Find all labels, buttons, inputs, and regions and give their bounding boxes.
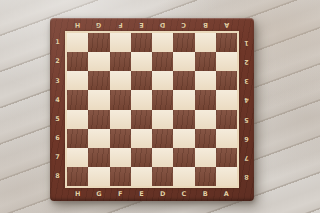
square-h7[interactable] xyxy=(67,148,88,167)
square-d6[interactable] xyxy=(152,129,173,148)
rank-label: 3 xyxy=(239,71,254,90)
square-h4[interactable] xyxy=(67,90,88,109)
rank-label: 7 xyxy=(50,148,65,167)
square-a5[interactable] xyxy=(216,110,237,129)
square-d3[interactable] xyxy=(152,71,173,90)
square-b1[interactable] xyxy=(195,33,216,52)
square-d7[interactable] xyxy=(152,148,173,167)
square-c3[interactable] xyxy=(173,71,194,90)
square-a6[interactable] xyxy=(216,129,237,148)
square-e5[interactable] xyxy=(131,110,152,129)
square-d4[interactable] xyxy=(152,90,173,109)
square-g7[interactable] xyxy=(88,148,109,167)
file-label: F xyxy=(110,18,131,31)
square-f5[interactable] xyxy=(110,110,131,129)
square-g3[interactable] xyxy=(88,71,109,90)
file-label: F xyxy=(110,188,131,201)
rank-labels-right: 12345678 xyxy=(239,33,254,186)
file-label: B xyxy=(195,18,216,31)
square-h1[interactable] xyxy=(67,33,88,52)
square-b6[interactable] xyxy=(195,129,216,148)
square-c5[interactable] xyxy=(173,110,194,129)
square-g2[interactable] xyxy=(88,52,109,71)
square-e8[interactable] xyxy=(131,167,152,186)
square-e2[interactable] xyxy=(131,52,152,71)
file-label: G xyxy=(88,18,109,31)
square-d8[interactable] xyxy=(152,167,173,186)
file-label: A xyxy=(216,188,237,201)
square-f7[interactable] xyxy=(110,148,131,167)
square-c7[interactable] xyxy=(173,148,194,167)
square-e1[interactable] xyxy=(131,33,152,52)
square-g8[interactable] xyxy=(88,167,109,186)
square-d2[interactable] xyxy=(152,52,173,71)
rank-label: 2 xyxy=(50,52,65,71)
square-g6[interactable] xyxy=(88,129,109,148)
square-g4[interactable] xyxy=(88,90,109,109)
square-b2[interactable] xyxy=(195,52,216,71)
file-label: E xyxy=(131,18,152,31)
square-e3[interactable] xyxy=(131,71,152,90)
square-a4[interactable] xyxy=(216,90,237,109)
square-g1[interactable] xyxy=(88,33,109,52)
square-d5[interactable] xyxy=(152,110,173,129)
square-c1[interactable] xyxy=(173,33,194,52)
file-label: B xyxy=(195,188,216,201)
rank-label: 4 xyxy=(239,90,254,109)
rank-label: 8 xyxy=(239,167,254,186)
rank-label: 7 xyxy=(239,148,254,167)
file-label: H xyxy=(67,188,88,201)
square-h6[interactable] xyxy=(67,129,88,148)
rank-label: 6 xyxy=(50,129,65,148)
square-c2[interactable] xyxy=(173,52,194,71)
square-a3[interactable] xyxy=(216,71,237,90)
square-c6[interactable] xyxy=(173,129,194,148)
square-h8[interactable] xyxy=(67,167,88,186)
rank-label: 4 xyxy=(50,90,65,109)
rank-label: 2 xyxy=(239,52,254,71)
square-c8[interactable] xyxy=(173,167,194,186)
file-labels-top: HGFEDCBA xyxy=(67,18,237,31)
board-grid xyxy=(65,31,239,188)
square-h5[interactable] xyxy=(67,110,88,129)
chess-board: HGFEDCBA HGFEDCBA 12345678 12345678 xyxy=(50,18,254,201)
square-f1[interactable] xyxy=(110,33,131,52)
rank-label: 5 xyxy=(50,110,65,129)
file-label: D xyxy=(152,188,173,201)
square-f8[interactable] xyxy=(110,167,131,186)
file-label: G xyxy=(88,188,109,201)
square-a8[interactable] xyxy=(216,167,237,186)
square-h3[interactable] xyxy=(67,71,88,90)
square-a2[interactable] xyxy=(216,52,237,71)
square-h2[interactable] xyxy=(67,52,88,71)
file-label: H xyxy=(67,18,88,31)
rank-labels-left: 12345678 xyxy=(50,33,65,186)
rank-label: 1 xyxy=(50,33,65,52)
file-label: A xyxy=(216,18,237,31)
square-e7[interactable] xyxy=(131,148,152,167)
square-d1[interactable] xyxy=(152,33,173,52)
square-f2[interactable] xyxy=(110,52,131,71)
rank-label: 8 xyxy=(50,167,65,186)
rank-label: 5 xyxy=(239,110,254,129)
square-a7[interactable] xyxy=(216,148,237,167)
square-b4[interactable] xyxy=(195,90,216,109)
square-f3[interactable] xyxy=(110,71,131,90)
square-f6[interactable] xyxy=(110,129,131,148)
square-a1[interactable] xyxy=(216,33,237,52)
square-b3[interactable] xyxy=(195,71,216,90)
square-e6[interactable] xyxy=(131,129,152,148)
square-e4[interactable] xyxy=(131,90,152,109)
square-g5[interactable] xyxy=(88,110,109,129)
rank-label: 1 xyxy=(239,33,254,52)
file-label: C xyxy=(173,18,194,31)
square-b8[interactable] xyxy=(195,167,216,186)
square-f4[interactable] xyxy=(110,90,131,109)
file-label: D xyxy=(152,18,173,31)
square-b7[interactable] xyxy=(195,148,216,167)
square-c4[interactable] xyxy=(173,90,194,109)
rank-label: 6 xyxy=(239,129,254,148)
square-b5[interactable] xyxy=(195,110,216,129)
file-label: E xyxy=(131,188,152,201)
file-label: C xyxy=(173,188,194,201)
file-labels-bottom: HGFEDCBA xyxy=(67,188,237,201)
rank-label: 3 xyxy=(50,71,65,90)
